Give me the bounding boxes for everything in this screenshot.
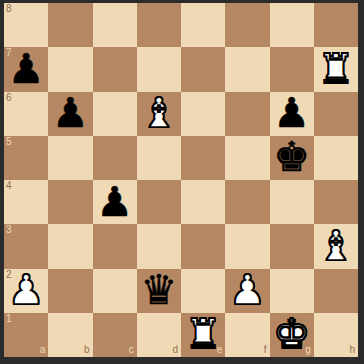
square-a6[interactable]: 6	[4, 92, 48, 136]
piece-black-pawn[interactable]: ♟	[93, 180, 137, 224]
piece-black-king[interactable]: ♚	[270, 136, 314, 180]
square-f8[interactable]	[225, 3, 269, 47]
piece-black-pawn[interactable]: ♟	[4, 47, 48, 91]
square-a7[interactable]: 7♟	[4, 47, 48, 91]
square-b8[interactable]	[48, 3, 92, 47]
square-b1[interactable]: b	[48, 313, 92, 357]
piece-black-queen[interactable]: ♛	[137, 269, 181, 313]
square-f5[interactable]	[225, 136, 269, 180]
piece-white-pawn[interactable]: ♟	[225, 269, 269, 313]
square-d5[interactable]	[137, 136, 181, 180]
piece-white-bishop[interactable]: ♝	[314, 224, 358, 268]
square-g3[interactable]	[270, 224, 314, 268]
square-b6[interactable]: ♟	[48, 92, 92, 136]
square-c1[interactable]: c	[93, 313, 137, 357]
square-b5[interactable]	[48, 136, 92, 180]
square-b7[interactable]	[48, 47, 92, 91]
square-e2[interactable]	[181, 269, 225, 313]
square-f1[interactable]: f	[225, 313, 269, 357]
file-label-d: d	[172, 345, 178, 355]
square-d8[interactable]	[137, 3, 181, 47]
square-g4[interactable]	[270, 180, 314, 224]
square-e6[interactable]	[181, 92, 225, 136]
square-g2[interactable]	[270, 269, 314, 313]
square-a3[interactable]: 3	[4, 224, 48, 268]
rank-label-3: 3	[6, 225, 12, 235]
file-label-b: b	[84, 345, 90, 355]
piece-white-bishop[interactable]: ♝	[137, 92, 181, 136]
square-e8[interactable]	[181, 3, 225, 47]
piece-black-pawn[interactable]: ♟	[270, 92, 314, 136]
square-f4[interactable]	[225, 180, 269, 224]
square-e3[interactable]	[181, 224, 225, 268]
file-label-f: f	[264, 345, 267, 355]
square-c6[interactable]	[93, 92, 137, 136]
square-f2[interactable]: ♟	[225, 269, 269, 313]
square-c7[interactable]	[93, 47, 137, 91]
square-c3[interactable]	[93, 224, 137, 268]
square-h2[interactable]	[314, 269, 358, 313]
square-h3[interactable]: ♝	[314, 224, 358, 268]
file-label-a: a	[40, 345, 46, 355]
square-c8[interactable]	[93, 3, 137, 47]
rank-label-6: 6	[6, 93, 12, 103]
square-e1[interactable]: e♜	[181, 313, 225, 357]
piece-white-king[interactable]: ♚	[270, 313, 314, 357]
square-f3[interactable]	[225, 224, 269, 268]
square-g8[interactable]	[270, 3, 314, 47]
chess-board: 87♟♜6♟♝♟5♚4♟3♝2♟♛♟1abcde♜fg♚h	[4, 3, 358, 357]
square-d1[interactable]: d	[137, 313, 181, 357]
piece-black-pawn[interactable]: ♟	[48, 92, 92, 136]
piece-white-rook[interactable]: ♜	[181, 313, 225, 357]
square-h5[interactable]	[314, 136, 358, 180]
rank-label-8: 8	[6, 4, 12, 14]
square-b3[interactable]	[48, 224, 92, 268]
rank-label-4: 4	[6, 181, 12, 191]
square-g5[interactable]: ♚	[270, 136, 314, 180]
piece-white-pawn[interactable]: ♟	[4, 269, 48, 313]
square-f6[interactable]	[225, 92, 269, 136]
square-b2[interactable]	[48, 269, 92, 313]
piece-white-rook[interactable]: ♜	[314, 47, 358, 91]
square-d6[interactable]: ♝	[137, 92, 181, 136]
square-h7[interactable]: ♜	[314, 47, 358, 91]
rank-label-5: 5	[6, 137, 12, 147]
square-a4[interactable]: 4	[4, 180, 48, 224]
square-h4[interactable]	[314, 180, 358, 224]
rank-label-1: 1	[6, 314, 12, 324]
square-g6[interactable]: ♟	[270, 92, 314, 136]
file-label-h: h	[349, 345, 355, 355]
square-a5[interactable]: 5	[4, 136, 48, 180]
square-h1[interactable]: h	[314, 313, 358, 357]
square-b4[interactable]	[48, 180, 92, 224]
square-d7[interactable]	[137, 47, 181, 91]
square-e4[interactable]	[181, 180, 225, 224]
square-h6[interactable]	[314, 92, 358, 136]
square-e7[interactable]	[181, 47, 225, 91]
chess-board-frame: 87♟♜6♟♝♟5♚4♟3♝2♟♛♟1abcde♜fg♚h	[0, 0, 364, 364]
square-c5[interactable]	[93, 136, 137, 180]
square-d4[interactable]	[137, 180, 181, 224]
square-a1[interactable]: 1a	[4, 313, 48, 357]
square-a2[interactable]: 2♟	[4, 269, 48, 313]
square-a8[interactable]: 8	[4, 3, 48, 47]
file-label-c: c	[129, 345, 134, 355]
square-e5[interactable]	[181, 136, 225, 180]
square-c2[interactable]	[93, 269, 137, 313]
square-f7[interactable]	[225, 47, 269, 91]
square-c4[interactable]: ♟	[93, 180, 137, 224]
square-h8[interactable]	[314, 3, 358, 47]
square-d3[interactable]	[137, 224, 181, 268]
square-g7[interactable]	[270, 47, 314, 91]
square-d2[interactable]: ♛	[137, 269, 181, 313]
square-g1[interactable]: g♚	[270, 313, 314, 357]
